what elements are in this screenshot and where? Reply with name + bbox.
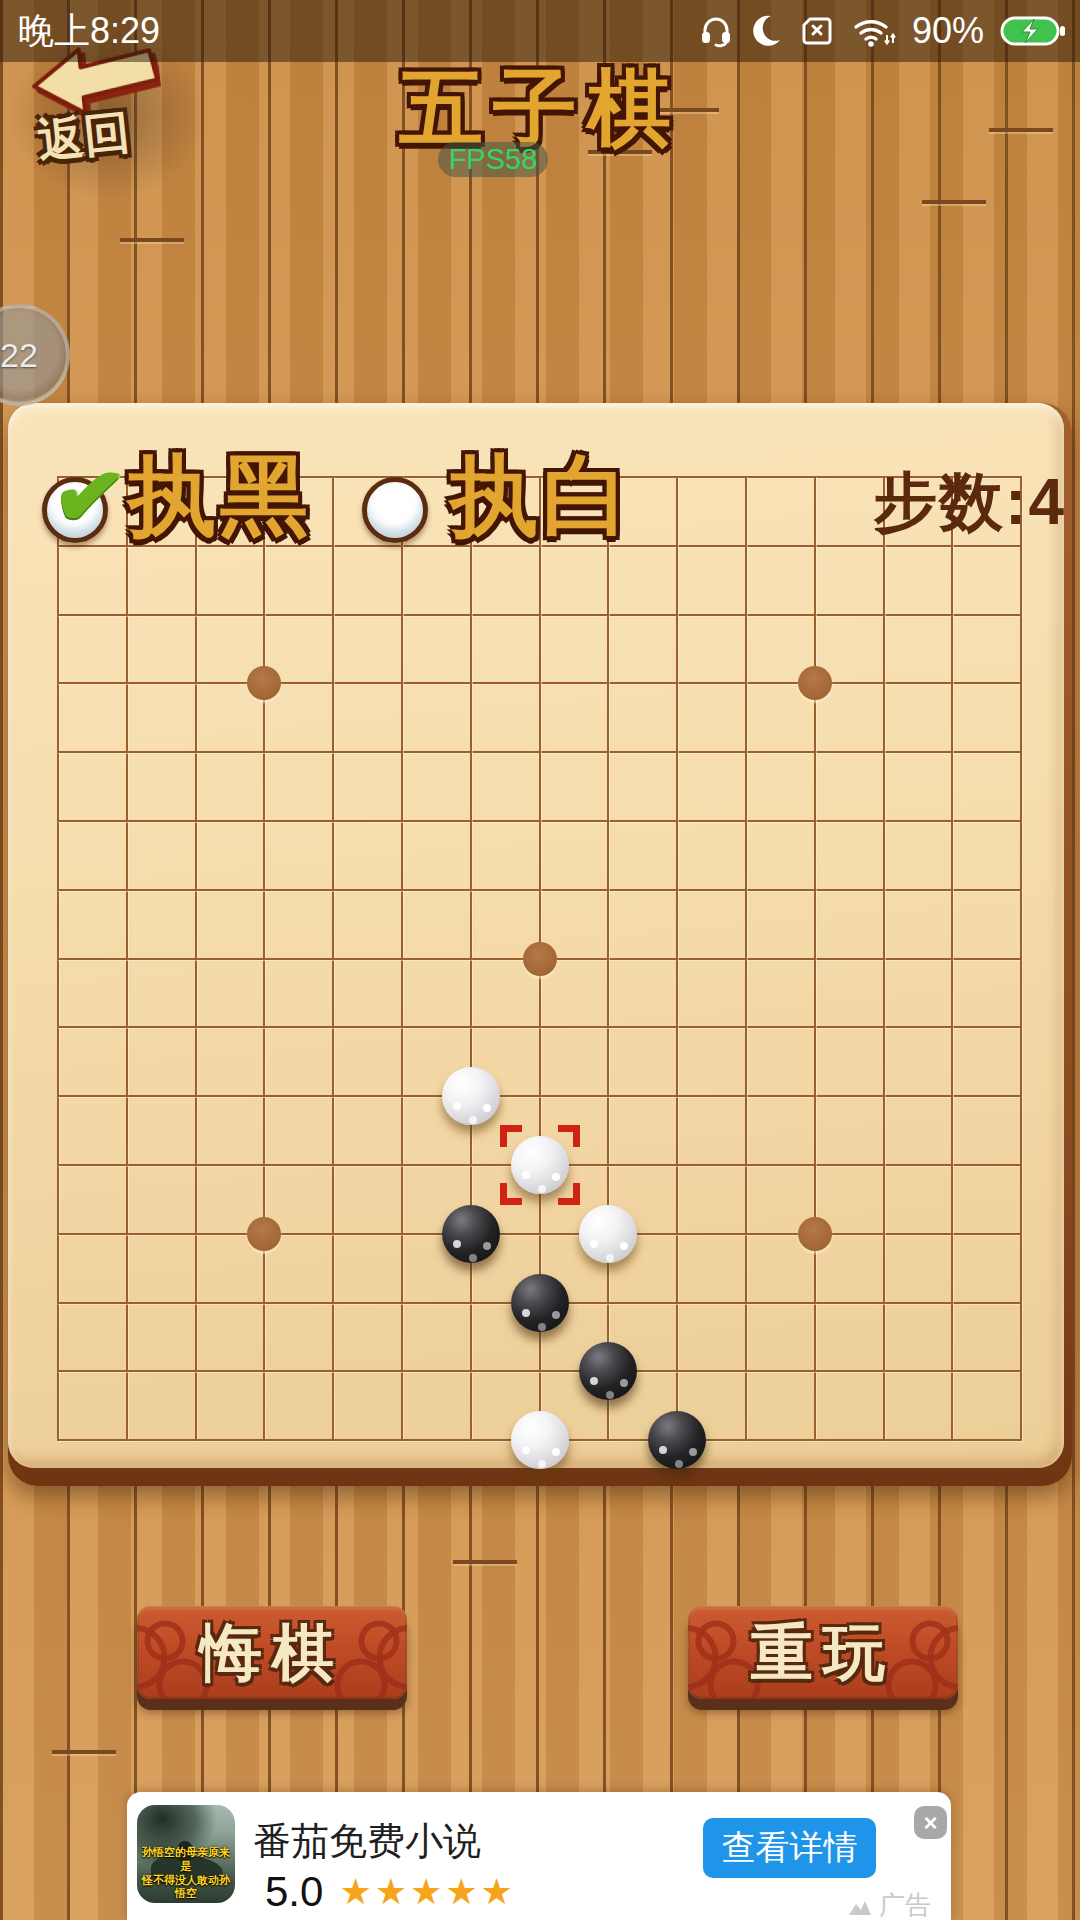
check-icon: ✔ — [48, 443, 130, 550]
ad-close-button[interactable]: × — [914, 1806, 947, 1839]
side-select-row: ✔ 执黑 执白 步数:4 — [0, 225, 1080, 345]
wood-joint — [453, 1560, 517, 1564]
ad-cta-button[interactable]: 查看详情 — [703, 1818, 876, 1878]
move-counter: 步数:4 — [873, 459, 1066, 546]
restart-button[interactable]: 重玩 — [688, 1606, 958, 1699]
game-board-panel — [8, 403, 1072, 1486]
ad-rating: 5.0 ★★★★★ — [265, 1868, 516, 1916]
battery-charging-icon — [1000, 13, 1066, 49]
star-icons: ★★★★★ — [339, 1871, 515, 1913]
checkbox-play-white[interactable] — [362, 477, 428, 543]
battery-percent: 90% — [912, 10, 984, 52]
moon-icon — [750, 13, 782, 49]
ad-tag-icon — [847, 1895, 873, 1917]
back-button[interactable]: 返回 — [8, 40, 198, 190]
ad-tag: 广告 — [847, 1888, 931, 1920]
ad-app-icon[interactable]: 孙悟空的母亲原来是 怪不得没人敢动孙悟空 — [137, 1805, 235, 1903]
play-black-label[interactable]: 执黑 — [128, 437, 312, 556]
restart-label: 重玩 — [751, 1611, 895, 1695]
ad-icon-caption: 孙悟空的母亲原来是 怪不得没人敢动孙悟空 — [137, 1846, 235, 1901]
assist-bubble-value: 22 — [0, 336, 38, 375]
ad-tag-label: 广告 — [879, 1888, 931, 1920]
close-icon: × — [923, 1809, 937, 1837]
undo-button[interactable]: 悔棋 — [137, 1606, 407, 1699]
headset-icon — [698, 13, 734, 49]
undo-label: 悔棋 — [200, 1611, 344, 1695]
ad-title: 番茄免费小说 — [253, 1816, 481, 1867]
board-face — [8, 403, 1064, 1468]
clock-text: 晚上8:29 — [18, 7, 160, 56]
wood-joint — [52, 1750, 116, 1754]
wood-joint — [922, 200, 986, 204]
checkbox-play-black[interactable]: ✔ — [42, 477, 108, 543]
wifi-icon — [852, 13, 896, 49]
ad-rating-value: 5.0 — [265, 1868, 323, 1916]
ad-banner[interactable]: 孙悟空的母亲原来是 怪不得没人敢动孙悟空 番茄免费小说 5.0 ★★★★★ 查看… — [127, 1792, 951, 1920]
app-screen: 晚上8:29 90% 五子棋 FPS58 返回 — [0, 0, 1080, 1920]
no-sim-icon — [798, 13, 836, 49]
fps-badge: FPS58 — [438, 142, 548, 177]
play-white-label[interactable]: 执白 — [450, 437, 634, 556]
back-label: 返回 — [35, 101, 133, 172]
status-bar: 晚上8:29 90% — [0, 0, 1080, 62]
